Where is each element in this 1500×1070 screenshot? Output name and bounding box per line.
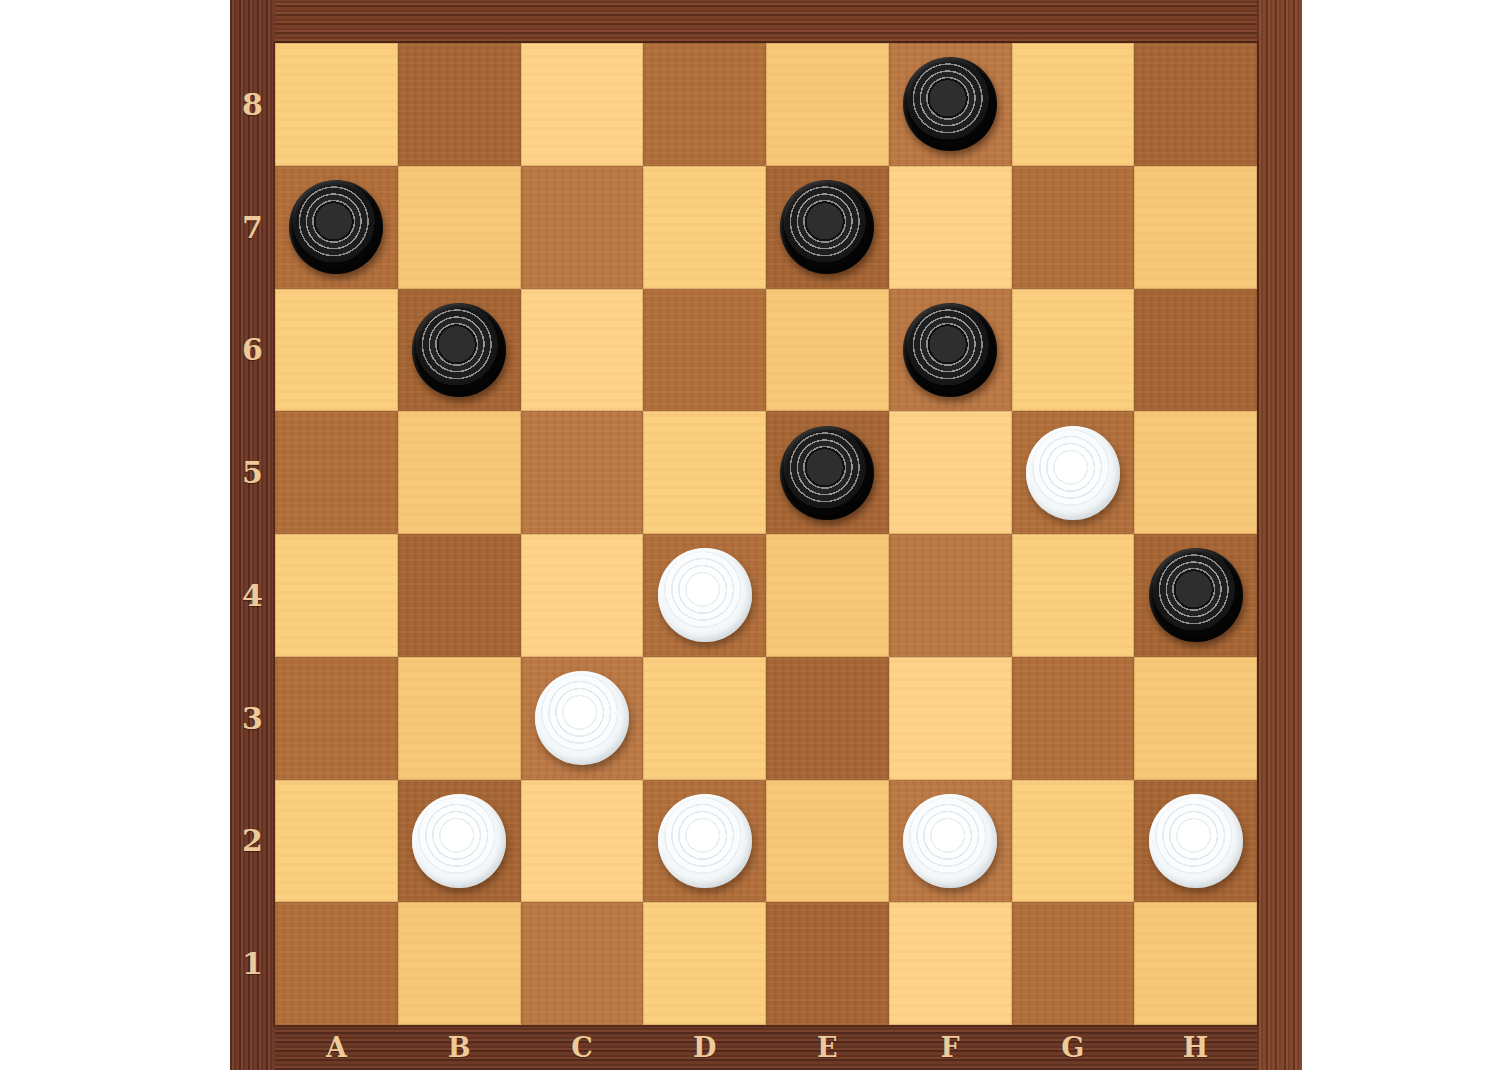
square-g6[interactable] [1012,289,1135,412]
square-c1[interactable] [521,902,644,1025]
square-c7[interactable] [521,166,644,289]
square-f5[interactable] [889,411,1012,534]
square-h4[interactable]: ⛂ [1134,534,1257,657]
square-a4[interactable] [275,534,398,657]
checkers-board: 87654321 ABCDEFGH ⛂⛂⛂⛂⛂⛂⛀⛀⛂⛀⛀⛀⛀⛀ [230,0,1302,1070]
black-man-e7[interactable]: ⛂ [780,180,874,274]
rank-label-6: 6 [230,289,275,412]
rank-label-5: 5 [230,411,275,534]
square-f4[interactable] [889,534,1012,657]
white-man-h2[interactable]: ⛀ [1149,794,1243,888]
square-e8[interactable] [766,43,889,166]
black-man-a7[interactable]: ⛂ [289,180,383,274]
square-c2[interactable] [521,780,644,903]
square-b2[interactable]: ⛀ [398,780,521,903]
white-man-f2[interactable]: ⛀ [903,794,997,888]
board-frame-right [1257,0,1302,1070]
square-g1[interactable] [1012,902,1135,1025]
square-a8[interactable] [275,43,398,166]
file-label-d: D [643,1025,766,1070]
square-d6[interactable] [643,289,766,412]
white-man-g5[interactable]: ⛀ [1026,426,1120,520]
rank-label-3: 3 [230,657,275,780]
square-e4[interactable] [766,534,889,657]
square-a2[interactable] [275,780,398,903]
square-e7[interactable]: ⛂ [766,166,889,289]
rank-label-8: 8 [230,43,275,166]
square-d7[interactable] [643,166,766,289]
file-label-b: B [398,1025,521,1070]
square-g5[interactable]: ⛀ [1012,411,1135,534]
rank-label-4: 4 [230,534,275,657]
board-grid: ⛂⛂⛂⛂⛂⛂⛀⛀⛂⛀⛀⛀⛀⛀ [275,43,1257,1025]
square-b5[interactable] [398,411,521,534]
file-label-e: E [766,1025,889,1070]
square-h6[interactable] [1134,289,1257,412]
square-b1[interactable] [398,902,521,1025]
square-a1[interactable] [275,902,398,1025]
file-label-f: F [889,1025,1012,1070]
square-e1[interactable] [766,902,889,1025]
square-h3[interactable] [1134,657,1257,780]
white-man-b2[interactable]: ⛀ [412,794,506,888]
square-c4[interactable] [521,534,644,657]
white-man-c3[interactable]: ⛀ [535,671,629,765]
square-f6[interactable]: ⛂ [889,289,1012,412]
file-label-c: C [521,1025,644,1070]
square-a6[interactable] [275,289,398,412]
square-h2[interactable]: ⛀ [1134,780,1257,903]
black-man-b6[interactable]: ⛂ [412,303,506,397]
square-f2[interactable]: ⛀ [889,780,1012,903]
file-label-a: A [275,1025,398,1070]
square-a3[interactable] [275,657,398,780]
square-g7[interactable] [1012,166,1135,289]
black-man-f6[interactable]: ⛂ [903,303,997,397]
square-h8[interactable] [1134,43,1257,166]
square-d3[interactable] [643,657,766,780]
square-a5[interactable] [275,411,398,534]
file-label-h: H [1134,1025,1257,1070]
square-a7[interactable]: ⛂ [275,166,398,289]
square-d8[interactable] [643,43,766,166]
rank-label-1: 1 [230,902,275,1025]
square-h5[interactable] [1134,411,1257,534]
square-e6[interactable] [766,289,889,412]
square-e5[interactable]: ⛂ [766,411,889,534]
file-labels: ABCDEFGH [275,1025,1257,1070]
black-man-h4[interactable]: ⛂ [1149,548,1243,642]
white-man-d2[interactable]: ⛀ [658,794,752,888]
square-h7[interactable] [1134,166,1257,289]
rank-labels: 87654321 [230,43,275,1025]
square-b3[interactable] [398,657,521,780]
square-b4[interactable] [398,534,521,657]
square-g3[interactable] [1012,657,1135,780]
square-f3[interactable] [889,657,1012,780]
square-c3[interactable]: ⛀ [521,657,644,780]
square-e2[interactable] [766,780,889,903]
page: 87654321 ABCDEFGH ⛂⛂⛂⛂⛂⛂⛀⛀⛂⛀⛀⛀⛀⛀ [0,0,1500,1070]
square-f1[interactable] [889,902,1012,1025]
square-c8[interactable] [521,43,644,166]
white-man-d4[interactable]: ⛀ [658,548,752,642]
square-b8[interactable] [398,43,521,166]
square-d1[interactable] [643,902,766,1025]
square-d2[interactable]: ⛀ [643,780,766,903]
board-frame-top [275,0,1257,43]
square-f7[interactable] [889,166,1012,289]
square-c5[interactable] [521,411,644,534]
file-label-g: G [1012,1025,1135,1070]
square-e3[interactable] [766,657,889,780]
square-g4[interactable] [1012,534,1135,657]
square-h1[interactable] [1134,902,1257,1025]
square-d5[interactable] [643,411,766,534]
square-f8[interactable]: ⛂ [889,43,1012,166]
square-b7[interactable] [398,166,521,289]
black-man-e5[interactable]: ⛂ [780,426,874,520]
square-g8[interactable] [1012,43,1135,166]
rank-label-7: 7 [230,166,275,289]
square-b6[interactable]: ⛂ [398,289,521,412]
square-c6[interactable] [521,289,644,412]
rank-label-2: 2 [230,780,275,903]
square-g2[interactable] [1012,780,1135,903]
square-d4[interactable]: ⛀ [643,534,766,657]
black-man-f8[interactable]: ⛂ [903,57,997,151]
